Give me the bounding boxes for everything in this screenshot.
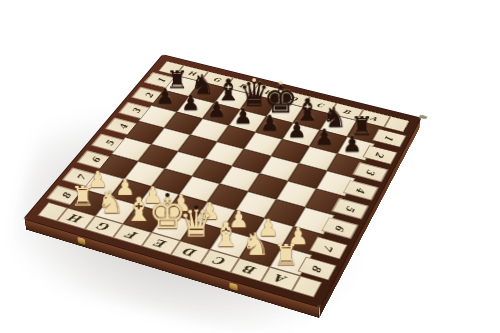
white-queen: ♛ <box>179 204 214 243</box>
rank-label-right-5: 5 <box>332 198 369 219</box>
black-pawn: ♟ <box>207 99 226 120</box>
rail-corner <box>384 116 409 132</box>
black-pawn: ♟ <box>342 134 362 156</box>
white-rook: ♜ <box>71 183 95 210</box>
white-knight: ♞ <box>242 229 270 261</box>
board-grid: HGFEDCBA1♜♞♝♛♚♝♞♜12♟♟♟♟♟♟♟♟2334455667♟♟♟… <box>37 61 409 297</box>
white-rook: ♜ <box>273 241 299 270</box>
rank-label-right-1: 1 <box>372 129 406 148</box>
black-pawn: ♟ <box>260 113 279 134</box>
chess-board: HGFEDCBA1♜♞♝♛♚♝♞♜12♟♟♟♟♟♟♟♟2334455667♟♟♟… <box>24 55 420 307</box>
white-bishop: ♝ <box>211 218 241 252</box>
rank-label-right-3: 3 <box>353 162 388 182</box>
white-knight: ♞ <box>97 188 124 218</box>
black-pawn: ♟ <box>156 86 175 107</box>
rank-label-right-2: 2 <box>363 145 398 164</box>
black-pawn: ♟ <box>234 106 253 127</box>
black-pawn: ♟ <box>181 93 200 114</box>
brass-latch-left <box>77 237 85 246</box>
brass-latch-right <box>229 282 237 291</box>
black-pawn: ♟ <box>315 127 334 149</box>
rank-label-right-7: 7 <box>309 236 347 259</box>
product-photo: HGFEDCBA1♜♞♝♛♚♝♞♜12♟♟♟♟♟♟♟♟2334455667♟♟♟… <box>0 0 500 333</box>
square-f5 <box>165 151 205 176</box>
black-pawn: ♟ <box>287 120 306 141</box>
scene: HGFEDCBA1♜♞♝♛♚♝♞♜12♟♟♟♟♟♟♟♟2334455667♟♟♟… <box>0 0 500 333</box>
rank-label-right-6: 6 <box>321 217 359 239</box>
